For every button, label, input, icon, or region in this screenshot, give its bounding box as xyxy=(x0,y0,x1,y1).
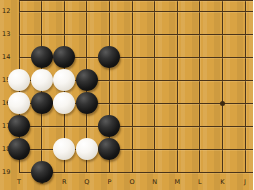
stone-black-S19 xyxy=(31,161,53,183)
col-label-M: M xyxy=(170,178,184,186)
stone-black-S14 xyxy=(31,46,53,68)
stone-white-R16 xyxy=(53,92,75,114)
stone-white-T15 xyxy=(8,69,30,91)
grid-vline-L xyxy=(199,0,200,173)
row-label-14: 14 xyxy=(2,53,16,61)
grid-vline-J xyxy=(245,0,246,173)
stone-black-P14 xyxy=(98,46,120,68)
stone-black-S16 xyxy=(31,92,53,114)
col-label-N: N xyxy=(148,178,162,186)
col-label-O: O xyxy=(125,178,139,186)
col-label-T: T xyxy=(12,178,26,186)
grid-vline-N xyxy=(154,0,155,173)
stone-white-R15 xyxy=(53,69,75,91)
stone-black-P17 xyxy=(98,115,120,137)
stone-white-S15 xyxy=(31,69,53,91)
grid-hline-12 xyxy=(19,11,254,12)
row-label-19: 19 xyxy=(2,168,16,176)
grid-vline-K xyxy=(222,0,223,173)
col-label-K: K xyxy=(215,178,229,186)
stone-black-T17 xyxy=(8,115,30,137)
grid-hline-19 xyxy=(19,172,254,173)
go-app-screenshot: 1213141516171819TSRQPONMLKJ xyxy=(0,0,253,190)
col-label-R: R xyxy=(57,178,71,186)
grid-hline-13 xyxy=(19,34,254,35)
col-label-L: L xyxy=(193,178,207,186)
stone-black-Q16 xyxy=(76,92,98,114)
grid-hline-top-partial xyxy=(19,0,254,1)
col-label-J: J xyxy=(238,178,252,186)
grid-vline-M xyxy=(177,0,178,173)
stone-black-R14 xyxy=(53,46,75,68)
go-board[interactable]: 1213141516171819TSRQPONMLKJ xyxy=(0,0,253,190)
stone-black-Q15 xyxy=(76,69,98,91)
grid-hline-17 xyxy=(19,126,254,127)
stone-white-R18 xyxy=(53,138,75,160)
row-label-12: 12 xyxy=(2,7,16,15)
row-label-13: 13 xyxy=(2,30,16,38)
stone-white-Q18 xyxy=(76,138,98,160)
stone-white-T16 xyxy=(8,92,30,114)
grid-vline-O xyxy=(132,0,133,173)
star-point-K16 xyxy=(220,101,225,106)
stone-black-T18 xyxy=(8,138,30,160)
stone-black-P18 xyxy=(98,138,120,160)
col-label-Q: Q xyxy=(80,178,94,186)
col-label-P: P xyxy=(102,178,116,186)
